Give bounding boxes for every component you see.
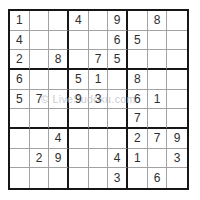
- given-digit: 4: [75, 13, 82, 27]
- given-digit: 8: [55, 52, 62, 66]
- given-digit: 1: [16, 13, 23, 27]
- sudoku-cell-r2c9[interactable]: [167, 31, 187, 51]
- given-digit: 2: [36, 151, 43, 165]
- sudoku-cell-r7c2[interactable]: [30, 129, 50, 149]
- given-digit: 6: [134, 92, 141, 106]
- sudoku-cell-r2c5[interactable]: [89, 31, 109, 51]
- sudoku-cell-r4c6[interactable]: [108, 70, 128, 90]
- given-digit: 7: [134, 111, 141, 125]
- sudoku-cell-r7c5[interactable]: [89, 129, 109, 149]
- sudoku-cell-r9c2[interactable]: [30, 168, 50, 188]
- sudoku-cell-r1c3[interactable]: [49, 11, 69, 31]
- sudoku-cell-r6c9[interactable]: [167, 109, 187, 129]
- given-digit: 1: [134, 151, 141, 165]
- sudoku-cell-r8c3[interactable]: 9: [49, 149, 69, 169]
- sudoku-cell-r3c7[interactable]: [128, 50, 148, 70]
- sudoku-cell-r5c8[interactable]: 1: [148, 90, 168, 110]
- sudoku-board: 149846528756518579361742792941336: [8, 9, 189, 190]
- sudoku-cell-r4c3[interactable]: [49, 70, 69, 90]
- given-digit: 1: [95, 72, 102, 86]
- sudoku-cell-r2c4[interactable]: [69, 31, 89, 51]
- given-digit: 1: [154, 92, 161, 106]
- given-digit: 2: [134, 131, 141, 145]
- sudoku-cell-r8c1[interactable]: [10, 149, 30, 169]
- given-digit: 3: [174, 151, 181, 165]
- sudoku-cell-r2c8[interactable]: [148, 31, 168, 51]
- sudoku-cell-r4c2[interactable]: [30, 70, 50, 90]
- sudoku-cell-r3c8[interactable]: [148, 50, 168, 70]
- sudoku-cell-r5c6[interactable]: [108, 90, 128, 110]
- given-digit: 5: [16, 92, 23, 106]
- sudoku-cell-r4c9[interactable]: [167, 70, 187, 90]
- sudoku-cell-r2c7[interactable]: 5: [128, 31, 148, 51]
- sudoku-cell-r2c3[interactable]: [49, 31, 69, 51]
- sudoku-cell-r5c1[interactable]: 5: [10, 90, 30, 110]
- sudoku-cell-r6c1[interactable]: [10, 109, 30, 129]
- given-digit: 7: [36, 92, 43, 106]
- sudoku-cell-r1c2[interactable]: [30, 11, 50, 31]
- given-digit: 9: [174, 131, 181, 145]
- sudoku-cell-r8c7[interactable]: 1: [128, 149, 148, 169]
- sudoku-cell-r7c9[interactable]: 9: [167, 129, 187, 149]
- sudoku-page: 149846528756518579361742792941336 © Live…: [0, 0, 200, 200]
- sudoku-cell-r7c6[interactable]: [108, 129, 128, 149]
- sudoku-cell-r3c9[interactable]: [167, 50, 187, 70]
- sudoku-cell-r6c3[interactable]: [49, 109, 69, 129]
- sudoku-cell-r7c7[interactable]: 2: [128, 129, 148, 149]
- given-digit: 3: [95, 92, 102, 106]
- sudoku-cell-r3c3[interactable]: 8: [49, 50, 69, 70]
- sudoku-cell-r7c1[interactable]: [10, 129, 30, 149]
- sudoku-cell-r4c7[interactable]: 8: [128, 70, 148, 90]
- sudoku-cell-r6c6[interactable]: [108, 109, 128, 129]
- sudoku-cell-r6c5[interactable]: [89, 109, 109, 129]
- sudoku-cell-r4c5[interactable]: 1: [89, 70, 109, 90]
- sudoku-cell-r3c5[interactable]: 7: [89, 50, 109, 70]
- sudoku-cell-r7c4[interactable]: [69, 129, 89, 149]
- sudoku-cell-r9c1[interactable]: [10, 168, 30, 188]
- given-digit: 7: [95, 52, 102, 66]
- given-digit: 8: [134, 72, 141, 86]
- sudoku-cell-r1c7[interactable]: [128, 11, 148, 31]
- given-digit: 7: [154, 131, 161, 145]
- sudoku-cell-r5c5[interactable]: 3: [89, 90, 109, 110]
- sudoku-cell-r8c6[interactable]: 4: [108, 149, 128, 169]
- sudoku-cell-r7c3[interactable]: 4: [49, 129, 69, 149]
- given-digit: 4: [114, 151, 121, 165]
- sudoku-cell-r5c4[interactable]: 9: [69, 90, 89, 110]
- given-digit: 6: [114, 33, 121, 47]
- sudoku-cell-r2c1[interactable]: 4: [10, 31, 30, 51]
- sudoku-cell-r9c9[interactable]: [167, 168, 187, 188]
- given-digit: 9: [75, 92, 82, 106]
- sudoku-cell-r9c3[interactable]: [49, 168, 69, 188]
- sudoku-cell-r8c9[interactable]: 3: [167, 149, 187, 169]
- sudoku-cell-r1c8[interactable]: 8: [148, 11, 168, 31]
- sudoku-cell-r6c8[interactable]: [148, 109, 168, 129]
- given-digit: 4: [55, 131, 62, 145]
- sudoku-cell-r5c9[interactable]: [167, 90, 187, 110]
- given-digit: 6: [154, 171, 161, 185]
- sudoku-cell-r6c4[interactable]: [69, 109, 89, 129]
- sudoku-cell-r1c6[interactable]: 9: [108, 11, 128, 31]
- given-digit: 4: [16, 33, 23, 47]
- sudoku-cell-r9c6[interactable]: 3: [108, 168, 128, 188]
- sudoku-cell-r2c6[interactable]: 6: [108, 31, 128, 51]
- given-digit: 8: [154, 13, 161, 27]
- sudoku-cell-r5c2[interactable]: 7: [30, 90, 50, 110]
- given-digit: 6: [16, 72, 23, 86]
- sudoku-cell-r9c4[interactable]: [69, 168, 89, 188]
- sudoku-cell-r1c9[interactable]: [167, 11, 187, 31]
- sudoku-cell-r8c5[interactable]: [89, 149, 109, 169]
- sudoku-cell-r2c2[interactable]: [30, 31, 50, 51]
- given-digit: 5: [114, 52, 121, 66]
- sudoku-cell-r4c8[interactable]: [148, 70, 168, 90]
- sudoku-cell-r3c2[interactable]: [30, 50, 50, 70]
- sudoku-cell-r4c4[interactable]: 5: [69, 70, 89, 90]
- sudoku-cell-r3c4[interactable]: [69, 50, 89, 70]
- sudoku-cell-r7c8[interactable]: 7: [148, 129, 168, 149]
- given-digit: 3: [114, 171, 121, 185]
- given-digit: 9: [55, 151, 62, 165]
- given-digit: 9: [114, 13, 121, 27]
- sudoku-cell-r9c7[interactable]: [128, 168, 148, 188]
- sudoku-cell-r8c8[interactable]: [148, 149, 168, 169]
- sudoku-cell-r9c5[interactable]: [89, 168, 109, 188]
- sudoku-cell-r8c2[interactable]: 2: [30, 149, 50, 169]
- given-digit: 5: [75, 72, 82, 86]
- sudoku-cell-r4c1[interactable]: 6: [10, 70, 30, 90]
- sudoku-cell-r5c7[interactable]: 6: [128, 90, 148, 110]
- sudoku-cell-r3c6[interactable]: 5: [108, 50, 128, 70]
- sudoku-cell-r1c1[interactable]: 1: [10, 11, 30, 31]
- sudoku-cell-r3c1[interactable]: 2: [10, 50, 30, 70]
- sudoku-cell-r6c7[interactable]: 7: [128, 109, 148, 129]
- given-digit: 2: [16, 52, 23, 66]
- sudoku-cell-r1c5[interactable]: [89, 11, 109, 31]
- sudoku-cell-r5c3[interactable]: [49, 90, 69, 110]
- given-digit: 5: [134, 33, 141, 47]
- sudoku-cell-r1c4[interactable]: 4: [69, 11, 89, 31]
- sudoku-cell-r8c4[interactable]: [69, 149, 89, 169]
- sudoku-cell-r9c8[interactable]: 6: [148, 168, 168, 188]
- sudoku-cell-r6c2[interactable]: [30, 109, 50, 129]
